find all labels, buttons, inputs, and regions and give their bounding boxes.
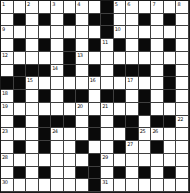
black-cell-r14c10: [114, 167, 127, 180]
cell-r10c3[interactable]: [26, 116, 39, 129]
cell-r14c13[interactable]: [151, 167, 164, 180]
cell-r15c2[interactable]: [14, 179, 27, 192]
cell-r15c14[interactable]: [164, 179, 177, 192]
cell-r3c1[interactable]: 9: [1, 26, 14, 39]
black-cell-r14c2: [14, 167, 27, 180]
cell-r8c13[interactable]: [151, 90, 164, 103]
cell-r11c10[interactable]: [114, 128, 127, 141]
cell-r6c15[interactable]: [176, 65, 189, 78]
clue-number-9: 9: [2, 26, 5, 32]
cell-r15c11[interactable]: [126, 179, 139, 192]
black-cell-r14c4: [39, 167, 52, 180]
black-cell-r8c10: [114, 90, 127, 103]
cell-r11c6[interactable]: [64, 128, 77, 141]
cell-r13c14[interactable]: [164, 154, 177, 167]
cell-r2c1[interactable]: [1, 14, 14, 27]
cell-r4c9[interactable]: 11: [101, 39, 114, 52]
cell-r9c13[interactable]: [151, 103, 164, 116]
cell-r9c3[interactable]: [26, 103, 39, 116]
cell-r5c11[interactable]: [126, 52, 139, 65]
black-cell-r6c11: [126, 65, 139, 78]
black-cell-r6c14: [164, 65, 177, 78]
black-cell-r10c4: [39, 116, 52, 129]
cell-r2c13[interactable]: [151, 14, 164, 27]
black-cell-r8c9: [101, 90, 114, 103]
black-cell-r7c2: [14, 77, 27, 90]
cell-r14c1[interactable]: [1, 167, 14, 180]
black-cell-r14c12: [139, 167, 152, 180]
cell-r15c3[interactable]: [26, 179, 39, 192]
black-cell-r2c4: [39, 14, 52, 27]
cell-r14c11[interactable]: [126, 167, 139, 180]
cell-r9c10[interactable]: [114, 103, 127, 116]
black-cell-r2c12: [139, 14, 152, 27]
cell-r5c1[interactable]: 12: [1, 52, 14, 65]
black-cell-r6c2: [14, 65, 27, 78]
black-cell-r13c8: [89, 154, 102, 167]
cell-r12c12[interactable]: [139, 141, 152, 154]
cell-r5c7[interactable]: 13: [76, 52, 89, 65]
black-cell-r8c7: [76, 90, 89, 103]
clue-number-11: 11: [102, 39, 107, 45]
cell-r12c5[interactable]: [51, 141, 64, 154]
clue-number-30: 30: [2, 179, 7, 185]
clue-number-7: 7: [152, 1, 155, 7]
cell-r9c8[interactable]: [89, 103, 102, 116]
cell-r1c13[interactable]: 7: [151, 1, 164, 14]
cell-r1c6[interactable]: [64, 1, 77, 14]
black-cell-r4c6: [64, 39, 77, 52]
clue-number-12: 12: [2, 52, 7, 58]
cell-r3c8[interactable]: [89, 26, 102, 39]
cell-r12c3[interactable]: [26, 141, 39, 154]
black-cell-r12c13: [151, 141, 164, 154]
cell-r5c2[interactable]: [14, 52, 27, 65]
cell-r11c7[interactable]: [76, 128, 89, 141]
cell-r9c15[interactable]: [176, 103, 189, 116]
cell-r15c6[interactable]: [64, 179, 77, 192]
cell-r13c4[interactable]: [39, 154, 52, 167]
cell-r5c14[interactable]: [164, 52, 177, 65]
cell-r1c1[interactable]: 1: [1, 1, 14, 14]
clue-number-3: 3: [52, 1, 55, 7]
cell-r6c5[interactable]: 14: [51, 65, 64, 78]
cell-r11c1[interactable]: 23: [1, 128, 14, 141]
clue-number-4: 4: [77, 1, 80, 7]
cell-r13c12[interactable]: [139, 154, 152, 167]
clue-number-18: 18: [2, 90, 7, 96]
black-cell-r6c8: [89, 65, 102, 78]
cell-r10c1[interactable]: [1, 116, 14, 129]
cell-r14c5[interactable]: [51, 167, 64, 180]
black-cell-r4c10: [114, 39, 127, 52]
cell-r12c11[interactable]: 27: [126, 141, 139, 154]
cell-r9c6[interactable]: [64, 103, 77, 116]
cell-r1c3[interactable]: 2: [26, 1, 39, 14]
cell-r11c5[interactable]: 24: [51, 128, 64, 141]
black-cell-r8c14: [164, 90, 177, 103]
black-cell-r6c3: [26, 65, 39, 78]
clue-number-5: 5: [115, 1, 118, 7]
black-cell-r12c4: [39, 141, 52, 154]
black-cell-r3c9: [101, 26, 114, 39]
clue-number-1: 1: [2, 1, 5, 7]
cell-r7c15[interactable]: [176, 77, 189, 90]
cell-r15c4[interactable]: [39, 179, 52, 192]
cell-r13c6[interactable]: [64, 154, 77, 167]
cell-r2c15[interactable]: [176, 14, 189, 27]
black-cell-r1c9: [101, 1, 114, 14]
cell-r10c7[interactable]: [76, 116, 89, 129]
cell-r3c2[interactable]: [14, 26, 27, 39]
cell-r4c13[interactable]: [151, 39, 164, 52]
cell-r9c1[interactable]: 19: [1, 103, 14, 116]
cell-r1c10[interactable]: 5: [114, 1, 127, 14]
black-cell-r15c8: [89, 179, 102, 192]
black-cell-r2c14: [164, 14, 177, 27]
black-cell-r10c8: [89, 116, 102, 129]
black-cell-r2c2: [14, 14, 27, 27]
black-cell-r10c10: [114, 116, 127, 129]
cell-r14c9[interactable]: [101, 167, 114, 180]
cell-r4c15[interactable]: [176, 39, 189, 52]
cell-r7c6[interactable]: [64, 77, 77, 90]
cell-r1c5[interactable]: 3: [51, 1, 64, 14]
cell-r8c15[interactable]: [176, 90, 189, 103]
clue-number-25: 25: [140, 128, 145, 134]
cell-r12c6[interactable]: [64, 141, 77, 154]
cell-r9c11[interactable]: [126, 103, 139, 116]
clue-number-26: 26: [152, 128, 157, 134]
cell-r15c1[interactable]: 30: [1, 179, 14, 192]
cell-r7c12[interactable]: [139, 77, 152, 90]
cell-r8c5[interactable]: [51, 90, 64, 103]
clue-number-21: 21: [102, 103, 107, 109]
black-cell-r6c10: [114, 65, 127, 78]
black-cell-r5c6: [64, 52, 77, 65]
black-cell-r12c10: [114, 141, 127, 154]
cell-r11c13[interactable]: 26: [151, 128, 164, 141]
cell-r11c3[interactable]: [26, 128, 39, 141]
clue-number-2: 2: [27, 1, 30, 7]
cell-r15c12[interactable]: [139, 179, 152, 192]
cell-r8c11[interactable]: [126, 90, 139, 103]
cell-r5c8[interactable]: [89, 52, 102, 65]
cell-r1c2[interactable]: [14, 1, 27, 14]
black-cell-r8c6: [64, 90, 77, 103]
cell-r3c7[interactable]: [76, 26, 89, 39]
cell-r9c9[interactable]: 21: [101, 103, 114, 116]
cell-r6c13[interactable]: [151, 65, 164, 78]
black-cell-r12c7: [76, 141, 89, 154]
black-cell-r2c8: [89, 14, 102, 27]
black-cell-r12c2: [14, 141, 27, 154]
cell-r7c3[interactable]: 15: [26, 77, 39, 90]
black-cell-r14c14: [164, 167, 177, 180]
black-cell-r10c2: [14, 116, 27, 129]
cell-r5c10[interactable]: [114, 52, 127, 65]
cell-r13c1[interactable]: 28: [1, 154, 14, 167]
cell-r3c3[interactable]: [26, 26, 39, 39]
clue-number-16: 16: [90, 77, 95, 83]
black-cell-r14c8: [89, 167, 102, 180]
cell-r11c2[interactable]: [14, 128, 27, 141]
clue-number-10: 10: [115, 26, 120, 32]
clue-number-24: 24: [52, 128, 57, 134]
cell-r6c9[interactable]: [101, 65, 114, 78]
clue-number-27: 27: [127, 141, 132, 147]
black-cell-r11c11: [126, 128, 139, 141]
cell-r10c9[interactable]: [101, 116, 114, 129]
cell-r9c4[interactable]: [39, 103, 52, 116]
cell-r5c4[interactable]: [39, 52, 52, 65]
clue-number-29: 29: [102, 154, 107, 160]
clue-number-19: 19: [2, 103, 7, 109]
cell-r4c7[interactable]: [76, 39, 89, 52]
cell-r7c10[interactable]: [114, 77, 127, 90]
cell-r5c5[interactable]: [51, 52, 64, 65]
clue-number-20: 20: [77, 103, 82, 109]
black-cell-r10c5: [51, 116, 64, 129]
black-cell-r2c9: [101, 14, 114, 27]
cell-r3c10[interactable]: 10: [114, 26, 127, 39]
black-cell-r6c4: [39, 65, 52, 78]
cell-r11c15[interactable]: [176, 128, 189, 141]
cell-r13c5[interactable]: [51, 154, 64, 167]
black-cell-r8c12: [139, 90, 152, 103]
cell-r7c4[interactable]: [39, 77, 52, 90]
cell-r1c8[interactable]: [89, 1, 102, 14]
cell-r13c11[interactable]: [126, 154, 139, 167]
cell-r12c9[interactable]: [101, 141, 114, 154]
cell-r1c12[interactable]: [139, 1, 152, 14]
cell-r3c11[interactable]: [126, 26, 139, 39]
black-cell-r10c13: [151, 116, 164, 129]
cell-r4c1[interactable]: [1, 39, 14, 52]
cell-r3c4[interactable]: [39, 26, 52, 39]
cell-r15c13[interactable]: [151, 179, 164, 192]
cell-r11c12[interactable]: 25: [139, 128, 152, 141]
cell-r6c1[interactable]: [1, 65, 14, 78]
cell-r13c10[interactable]: [114, 154, 127, 167]
cell-r3c14[interactable]: [164, 26, 177, 39]
cell-r6c7[interactable]: [76, 65, 89, 78]
clue-number-31: 31: [102, 179, 107, 185]
black-cell-r14c7: [76, 167, 89, 180]
cell-r14c3[interactable]: [26, 167, 39, 180]
black-cell-r10c6: [64, 116, 77, 129]
cell-r3c15[interactable]: [176, 26, 189, 39]
cell-r11c9[interactable]: [101, 128, 114, 141]
cell-r9c14[interactable]: [164, 103, 177, 116]
cell-r2c11[interactable]: [126, 14, 139, 27]
cell-r5c9[interactable]: [101, 52, 114, 65]
crossword-grid: 1234567891011121314151617181920212223242…: [0, 0, 190, 193]
cell-r15c5[interactable]: [51, 179, 64, 192]
cell-r5c15[interactable]: [176, 52, 189, 65]
clue-number-13: 13: [77, 52, 82, 58]
black-cell-r7c1: [1, 77, 14, 90]
cell-r10c15[interactable]: 22: [176, 116, 189, 129]
black-cell-r9c12: [139, 103, 152, 116]
cell-r9c2[interactable]: [14, 103, 27, 116]
cell-r13c2[interactable]: [14, 154, 27, 167]
cell-r4c11[interactable]: [126, 39, 139, 52]
cell-r4c3[interactable]: [26, 39, 39, 52]
cell-r1c7[interactable]: 4: [76, 1, 89, 14]
cell-r2c5[interactable]: [51, 14, 64, 27]
cell-r3c6[interactable]: [64, 26, 77, 39]
black-cell-r4c4: [39, 39, 52, 52]
black-cell-r11c8: [89, 128, 102, 141]
black-cell-r10c11: [126, 116, 139, 129]
clue-number-17: 17: [127, 77, 132, 83]
cell-r12c15[interactable]: [176, 141, 189, 154]
cell-r1c11[interactable]: 6: [126, 1, 139, 14]
cell-r13c9[interactable]: 29: [101, 154, 114, 167]
cell-r10c12[interactable]: [139, 116, 152, 129]
cell-r5c12[interactable]: [139, 52, 152, 65]
cell-r8c1[interactable]: 18: [1, 90, 14, 103]
cell-r11c14[interactable]: [164, 128, 177, 141]
cell-r7c13[interactable]: [151, 77, 164, 90]
cell-r13c3[interactable]: [26, 154, 39, 167]
cell-r14c15[interactable]: [176, 167, 189, 180]
cell-r7c8[interactable]: 16: [89, 77, 102, 90]
cell-r13c7[interactable]: [76, 154, 89, 167]
cell-r4c5[interactable]: [51, 39, 64, 52]
black-cell-r10c14: [164, 116, 177, 129]
cell-r3c5[interactable]: [51, 26, 64, 39]
clue-number-8: 8: [177, 1, 180, 7]
black-cell-r4c2: [14, 39, 27, 52]
cell-r15c10[interactable]: [114, 179, 127, 192]
cell-r8c8[interactable]: [89, 90, 102, 103]
cell-r7c5[interactable]: [51, 77, 64, 90]
cell-r5c3[interactable]: [26, 52, 39, 65]
cell-r3c13[interactable]: [151, 26, 164, 39]
cell-r2c3[interactable]: [26, 14, 39, 27]
clue-number-14: 14: [52, 65, 57, 71]
cell-r7c11[interactable]: 17: [126, 77, 139, 90]
cell-r1c14[interactable]: [164, 1, 177, 14]
cell-r8c3[interactable]: [26, 90, 39, 103]
cell-r2c10[interactable]: [114, 14, 127, 27]
black-cell-r8c2: [14, 90, 27, 103]
cell-r13c15[interactable]: [176, 154, 189, 167]
black-cell-r4c14: [164, 39, 177, 52]
cell-r1c4[interactable]: [39, 1, 52, 14]
black-cell-r2c6: [64, 14, 77, 27]
black-cell-r7c14: [164, 77, 177, 90]
cell-r9c7[interactable]: 20: [76, 103, 89, 116]
cell-r12c8[interactable]: [89, 141, 102, 154]
cell-r7c9[interactable]: [101, 77, 114, 90]
black-cell-r6c12: [139, 65, 152, 78]
cell-r15c15[interactable]: [176, 179, 189, 192]
cell-r12c1[interactable]: [1, 141, 14, 154]
clue-number-6: 6: [127, 1, 130, 7]
cell-r7c7[interactable]: [76, 77, 89, 90]
black-cell-r8c4: [39, 90, 52, 103]
cell-r13c13[interactable]: [151, 154, 164, 167]
clue-number-22: 22: [177, 116, 182, 122]
cell-r12c14[interactable]: [164, 141, 177, 154]
cell-r14c6[interactable]: [64, 167, 77, 180]
clue-number-23: 23: [2, 128, 7, 134]
cell-r15c9[interactable]: 31: [101, 179, 114, 192]
black-cell-r4c12: [139, 39, 152, 52]
cell-r9c5[interactable]: [51, 103, 64, 116]
clue-number-28: 28: [2, 154, 7, 160]
clue-number-15: 15: [27, 77, 32, 83]
cell-r2c7[interactable]: [76, 14, 89, 27]
cell-r15c7[interactable]: [76, 179, 89, 192]
cell-r1c15[interactable]: 8: [176, 1, 189, 14]
cell-r5c13[interactable]: [151, 52, 164, 65]
black-cell-r11c4: [39, 128, 52, 141]
black-cell-r4c8: [89, 39, 102, 52]
cell-r3c12[interactable]: [139, 26, 152, 39]
black-cell-r6c6: [64, 65, 77, 78]
